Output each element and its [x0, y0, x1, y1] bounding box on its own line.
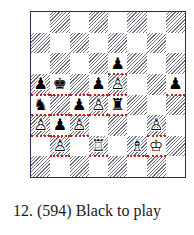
square-g7 — [147, 33, 166, 54]
square-c1 — [70, 156, 89, 177]
square-g5 — [147, 74, 166, 95]
square-h6 — [166, 53, 185, 74]
square-e5: ♙ — [108, 74, 127, 95]
square-d8 — [89, 12, 108, 33]
white-pawn-c3: ♙ — [72, 117, 86, 133]
square-e3 — [108, 115, 127, 136]
square-h8 — [166, 12, 185, 33]
square-c5 — [70, 74, 89, 95]
white-rook-d2: ♖ — [91, 138, 105, 154]
square-g4 — [147, 95, 166, 116]
square-f4 — [127, 95, 146, 116]
white-king-g2: ♔ — [149, 138, 163, 154]
black-rook-e4: ♜ — [110, 97, 124, 113]
square-b2: ♙ — [50, 136, 69, 157]
white-pawn-g3: ♙ — [149, 117, 163, 133]
square-b3: ♟ — [50, 115, 69, 136]
square-c7 — [70, 33, 89, 54]
square-e1 — [108, 156, 127, 177]
square-h3 — [166, 115, 185, 136]
square-c8 — [70, 12, 89, 33]
square-c3: ♙ — [70, 115, 89, 136]
square-c4: ♟ — [70, 95, 89, 116]
white-pawn-b2: ♙ — [53, 138, 67, 154]
square-a8 — [31, 12, 50, 33]
chess-board: ♟♟♚♟♙♟♞♟♙♜♙♟♙♙♙♖♗♔ — [30, 11, 186, 178]
square-a4: ♞ — [31, 95, 50, 116]
white-bishop-f2: ♗ — [130, 138, 144, 154]
square-f1 — [127, 156, 146, 177]
square-d4: ♙ — [89, 95, 108, 116]
square-g1 — [147, 156, 166, 177]
square-c2 — [70, 136, 89, 157]
square-d6 — [89, 53, 108, 74]
black-pawn-a5: ♟ — [33, 76, 47, 92]
black-knight-a4: ♞ — [33, 97, 47, 113]
diagram-caption: 12. (594) Black to play — [13, 202, 161, 220]
square-g8 — [147, 12, 166, 33]
square-f3 — [127, 115, 146, 136]
black-pawn-h5: ♟ — [168, 76, 182, 92]
square-c6 — [70, 53, 89, 74]
square-d2: ♖ — [89, 136, 108, 157]
square-f2: ♗ — [127, 136, 146, 157]
black-pawn-e6: ♟ — [110, 56, 124, 72]
square-a3: ♙ — [31, 115, 50, 136]
white-pawn-e5: ♙ — [110, 76, 124, 92]
square-b1 — [50, 156, 69, 177]
square-a7 — [31, 33, 50, 54]
square-h4 — [166, 95, 185, 116]
square-g2: ♔ — [147, 136, 166, 157]
square-a2 — [31, 136, 50, 157]
square-g6 — [147, 53, 166, 74]
square-b6 — [50, 53, 69, 74]
square-h7 — [166, 33, 185, 54]
square-b5: ♚ — [50, 74, 69, 95]
black-pawn-b3: ♟ — [53, 117, 67, 133]
square-e4: ♜ — [108, 95, 127, 116]
square-d3 — [89, 115, 108, 136]
square-g3: ♙ — [147, 115, 166, 136]
square-a1 — [31, 156, 50, 177]
square-f6 — [127, 53, 146, 74]
white-pawn-a3: ♙ — [33, 117, 47, 133]
square-e6: ♟ — [108, 53, 127, 74]
square-h2 — [166, 136, 185, 157]
white-pawn-d4: ♙ — [91, 97, 105, 113]
square-b4 — [50, 95, 69, 116]
square-h1 — [166, 156, 185, 177]
square-f5 — [127, 74, 146, 95]
square-b8 — [50, 12, 69, 33]
square-d1 — [89, 156, 108, 177]
square-h5: ♟ — [166, 74, 185, 95]
black-pawn-d5: ♟ — [91, 76, 105, 92]
square-d5: ♟ — [89, 74, 108, 95]
square-d7 — [89, 33, 108, 54]
square-a6 — [31, 53, 50, 74]
square-e8 — [108, 12, 127, 33]
square-a5: ♟ — [31, 74, 50, 95]
black-pawn-c4: ♟ — [72, 97, 86, 113]
black-king-b5: ♚ — [53, 76, 67, 92]
square-b7 — [50, 33, 69, 54]
square-e7 — [108, 33, 127, 54]
square-e2 — [108, 136, 127, 157]
square-f8 — [127, 12, 146, 33]
square-f7 — [127, 33, 146, 54]
